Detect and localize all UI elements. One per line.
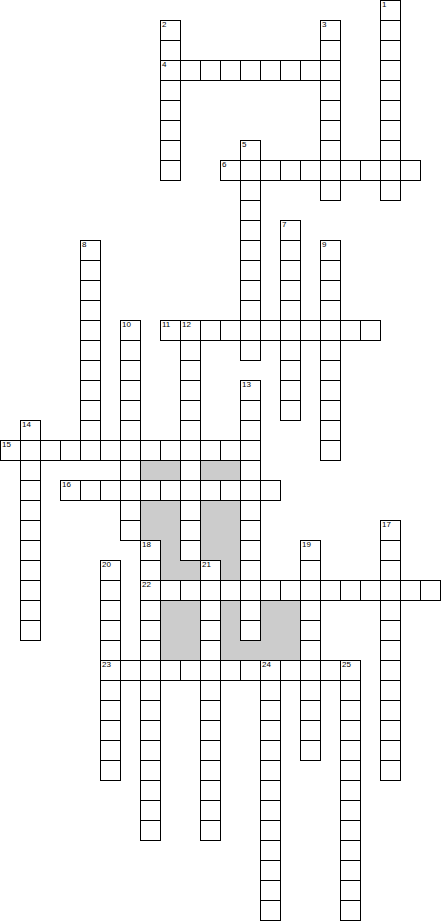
cell[interactable] [20, 620, 41, 641]
cell[interactable] [200, 700, 221, 721]
cell[interactable] [200, 480, 221, 501]
shaded-cell [200, 460, 221, 481]
clue-number: 16 [62, 481, 71, 489]
cell[interactable] [300, 320, 321, 341]
cell[interactable] [380, 720, 401, 741]
cell[interactable] [240, 400, 261, 421]
cell[interactable] [340, 840, 361, 861]
cell[interactable] [20, 480, 41, 501]
cell[interactable] [120, 480, 141, 501]
shaded-cell [220, 540, 241, 561]
shaded-cell [260, 620, 281, 641]
cell[interactable] [280, 660, 301, 681]
cell[interactable] [200, 600, 221, 621]
shaded-cell [220, 500, 241, 521]
shaded-cell [180, 640, 201, 661]
cell[interactable] [180, 660, 201, 681]
cell[interactable] [320, 100, 341, 121]
cell[interactable] [160, 40, 181, 61]
cell[interactable] [240, 180, 261, 201]
cell[interactable]: 19 [300, 540, 321, 561]
cell[interactable] [100, 580, 121, 601]
cell[interactable]: 13 [240, 380, 261, 401]
cell[interactable] [240, 460, 261, 481]
cell[interactable] [280, 240, 301, 261]
cell[interactable] [180, 60, 201, 81]
cell[interactable] [280, 340, 301, 361]
cell[interactable] [240, 500, 261, 521]
cell[interactable] [340, 820, 361, 841]
cell[interactable] [140, 820, 161, 841]
cell[interactable] [300, 620, 321, 641]
cell[interactable] [180, 340, 201, 361]
cell[interactable] [240, 240, 261, 261]
cell[interactable] [80, 300, 101, 321]
cell[interactable] [260, 160, 281, 181]
cell[interactable] [240, 260, 261, 281]
cell[interactable] [180, 500, 201, 521]
cell[interactable] [80, 440, 101, 461]
cell[interactable]: 22 [140, 580, 161, 601]
cell[interactable] [60, 440, 81, 461]
cell[interactable] [260, 800, 281, 821]
cell[interactable] [120, 520, 141, 541]
cell[interactable] [140, 740, 161, 761]
cell[interactable] [260, 680, 281, 701]
shaded-cell [260, 600, 281, 621]
cell[interactable] [120, 420, 141, 441]
cell[interactable] [300, 600, 321, 621]
cell[interactable] [200, 620, 221, 641]
cell[interactable] [340, 320, 361, 341]
cell[interactable] [260, 880, 281, 901]
cell[interactable] [20, 560, 41, 581]
cell[interactable] [200, 580, 221, 601]
cell[interactable] [260, 740, 281, 761]
cell[interactable]: 16 [60, 480, 81, 501]
cell[interactable] [100, 620, 121, 641]
cell[interactable] [260, 760, 281, 781]
cell[interactable] [340, 740, 361, 761]
cell[interactable] [240, 440, 261, 461]
cell[interactable] [220, 440, 241, 461]
cell[interactable] [80, 340, 101, 361]
cell[interactable] [140, 560, 161, 581]
cell[interactable] [80, 320, 101, 341]
cell[interactable] [180, 400, 201, 421]
shaded-cell [160, 460, 181, 481]
cell[interactable] [300, 660, 321, 681]
cell[interactable] [240, 420, 261, 441]
cell[interactable] [300, 700, 321, 721]
cell[interactable] [80, 280, 101, 301]
cell[interactable] [80, 420, 101, 441]
cell[interactable] [320, 380, 341, 401]
cell[interactable] [320, 320, 341, 341]
cell[interactable]: 9 [320, 240, 341, 261]
cell[interactable] [320, 280, 341, 301]
cell[interactable] [340, 700, 361, 721]
shaded-cell [180, 560, 201, 581]
shaded-cell [260, 640, 281, 661]
cell[interactable] [300, 560, 321, 581]
cell[interactable] [100, 600, 121, 621]
cell[interactable]: 25 [340, 660, 361, 681]
cell[interactable] [240, 280, 261, 301]
cell[interactable] [120, 460, 141, 481]
shaded-cell [180, 620, 201, 641]
cell[interactable] [380, 700, 401, 721]
cell[interactable] [320, 120, 341, 141]
cell[interactable] [240, 300, 261, 321]
cell[interactable] [160, 160, 181, 181]
shaded-cell [160, 500, 181, 521]
cell[interactable] [180, 380, 201, 401]
cell[interactable] [260, 480, 281, 501]
cell[interactable]: 15 [0, 440, 21, 461]
clue-number: 18 [142, 541, 151, 549]
cell[interactable] [200, 820, 221, 841]
cell[interactable] [240, 600, 261, 621]
cell[interactable]: 12 [180, 320, 201, 341]
cell[interactable] [40, 440, 61, 461]
cell[interactable] [300, 160, 321, 181]
cell[interactable]: 18 [140, 540, 161, 561]
shaded-cell [160, 600, 181, 621]
cell[interactable] [380, 600, 401, 621]
cell[interactable] [360, 160, 381, 181]
cell[interactable] [140, 620, 161, 641]
cell[interactable] [100, 640, 121, 661]
cell[interactable] [200, 660, 221, 681]
cell[interactable] [120, 660, 141, 681]
clue-number: 9 [322, 241, 326, 249]
cell[interactable] [280, 160, 301, 181]
cell[interactable] [160, 140, 181, 161]
clue-number: 11 [162, 321, 170, 329]
cell[interactable] [380, 680, 401, 701]
cell[interactable] [120, 440, 141, 461]
cell[interactable] [380, 540, 401, 561]
cell[interactable] [240, 660, 261, 681]
cell[interactable] [180, 460, 201, 481]
cell[interactable] [380, 560, 401, 581]
cell[interactable] [220, 320, 241, 341]
clue-number: 22 [142, 581, 151, 589]
cell[interactable] [20, 500, 41, 521]
cell[interactable] [320, 300, 341, 321]
cell[interactable] [80, 400, 101, 421]
cell[interactable] [320, 40, 341, 61]
shaded-cell [160, 640, 181, 661]
cell[interactable] [260, 60, 281, 81]
cell[interactable] [280, 400, 301, 421]
cell[interactable] [360, 580, 381, 601]
cell[interactable] [240, 160, 261, 181]
cell[interactable] [240, 320, 261, 341]
cell[interactable] [160, 440, 181, 461]
cell[interactable] [180, 360, 201, 381]
cell[interactable] [140, 780, 161, 801]
cell[interactable] [340, 880, 361, 901]
cell[interactable] [100, 700, 121, 721]
cell[interactable] [140, 480, 161, 501]
cell[interactable] [120, 400, 141, 421]
cell[interactable]: 4 [160, 60, 181, 81]
cell[interactable] [320, 660, 341, 681]
cell[interactable] [200, 680, 221, 701]
cell[interactable] [420, 580, 441, 601]
shaded-cell [280, 640, 301, 661]
shaded-cell [200, 540, 221, 561]
cell[interactable] [80, 380, 101, 401]
cell[interactable] [140, 600, 161, 621]
cell[interactable] [320, 60, 341, 81]
cell[interactable] [380, 40, 401, 61]
cell[interactable] [380, 580, 401, 601]
cell[interactable] [20, 580, 41, 601]
cell[interactable] [320, 580, 341, 601]
cell[interactable] [160, 100, 181, 121]
cell[interactable] [20, 540, 41, 561]
cell[interactable] [320, 140, 341, 161]
cell[interactable] [80, 360, 101, 381]
cell[interactable]: 3 [320, 20, 341, 41]
cell[interactable] [100, 680, 121, 701]
clue-number: 25 [342, 661, 351, 669]
shaded-cell [280, 620, 301, 641]
cell[interactable] [340, 800, 361, 821]
cell[interactable] [200, 740, 221, 761]
cell[interactable] [220, 480, 241, 501]
cell[interactable] [280, 380, 301, 401]
cell[interactable] [280, 580, 301, 601]
cell[interactable] [300, 720, 321, 741]
clue-number: 21 [202, 561, 211, 569]
cell[interactable] [80, 480, 101, 501]
cell[interactable] [200, 780, 221, 801]
cell[interactable] [380, 140, 401, 161]
cell[interactable] [200, 800, 221, 821]
cell[interactable] [180, 540, 201, 561]
cell[interactable] [380, 740, 401, 761]
cell[interactable]: 5 [240, 140, 261, 161]
cell[interactable] [380, 640, 401, 661]
cell[interactable] [320, 340, 341, 361]
cell[interactable] [200, 760, 221, 781]
cell[interactable] [180, 480, 201, 501]
cell[interactable]: 14 [20, 420, 41, 441]
cell[interactable] [380, 760, 401, 781]
cell[interactable] [20, 440, 41, 461]
cell[interactable] [260, 320, 281, 341]
cell[interactable] [160, 80, 181, 101]
cell[interactable] [140, 800, 161, 821]
cell[interactable] [120, 500, 141, 521]
cell[interactable] [320, 360, 341, 381]
cell[interactable] [380, 660, 401, 681]
cell[interactable] [20, 600, 41, 621]
cell[interactable]: 24 [260, 660, 281, 681]
cell[interactable] [240, 620, 261, 641]
cell[interactable] [180, 520, 201, 541]
cell[interactable] [100, 720, 121, 741]
cell[interactable] [140, 680, 161, 701]
shaded-cell [160, 560, 181, 581]
cell[interactable] [320, 400, 341, 421]
cell[interactable] [240, 540, 261, 561]
cell[interactable]: 23 [100, 660, 121, 681]
cell[interactable] [260, 580, 281, 601]
cell[interactable] [140, 640, 161, 661]
cell[interactable] [120, 360, 141, 381]
cell[interactable] [140, 440, 161, 461]
cell[interactable] [260, 900, 281, 921]
cell[interactable] [240, 520, 261, 541]
cell[interactable] [240, 580, 261, 601]
shaded-cell [280, 600, 301, 621]
cell[interactable] [380, 20, 401, 41]
cell[interactable]: 7 [280, 220, 301, 241]
cell[interactable] [240, 560, 261, 581]
cell[interactable] [320, 80, 341, 101]
cell[interactable] [380, 180, 401, 201]
cell[interactable] [260, 820, 281, 841]
cell[interactable] [180, 420, 201, 441]
cell[interactable] [340, 760, 361, 781]
cell[interactable] [20, 520, 41, 541]
shaded-cell [160, 520, 181, 541]
clue-number: 4 [162, 61, 166, 69]
cell[interactable]: 10 [120, 320, 141, 341]
cell[interactable] [200, 720, 221, 741]
cell[interactable] [280, 360, 301, 381]
cell[interactable] [220, 60, 241, 81]
cell[interactable] [360, 320, 381, 341]
cell[interactable] [200, 440, 221, 461]
clue-number: 19 [302, 541, 311, 549]
cell[interactable] [180, 440, 201, 461]
cell[interactable] [260, 720, 281, 741]
cell[interactable] [140, 760, 161, 781]
cell[interactable]: 2 [160, 20, 181, 41]
cell[interactable] [340, 860, 361, 881]
cell[interactable] [300, 580, 321, 601]
cell[interactable] [260, 780, 281, 801]
cell[interactable]: 11 [160, 320, 181, 341]
cell[interactable] [100, 760, 121, 781]
cell[interactable] [400, 580, 421, 601]
shaded-cell [200, 520, 221, 541]
cell[interactable]: 6 [220, 160, 241, 181]
cell[interactable] [260, 700, 281, 721]
shaded-cell [220, 560, 241, 581]
cell[interactable]: 21 [200, 560, 221, 581]
cell[interactable]: 1 [380, 0, 401, 21]
shaded-cell [180, 600, 201, 621]
cell[interactable] [200, 60, 221, 81]
cell[interactable] [160, 580, 181, 601]
cell[interactable] [100, 440, 121, 461]
cell[interactable] [340, 720, 361, 741]
shaded-cell [160, 540, 181, 561]
cell[interactable] [380, 120, 401, 141]
cell[interactable] [380, 80, 401, 101]
cell[interactable] [300, 740, 321, 761]
cell[interactable] [260, 860, 281, 881]
cell[interactable] [380, 60, 401, 81]
cell[interactable] [260, 840, 281, 861]
cell[interactable] [200, 640, 221, 661]
cell[interactable] [140, 700, 161, 721]
cell[interactable] [100, 740, 121, 761]
cell[interactable] [240, 340, 261, 361]
clue-number: 3 [322, 21, 326, 29]
cell[interactable] [340, 900, 361, 921]
shaded-cell [140, 460, 161, 481]
shaded-cell [140, 520, 161, 541]
cell[interactable] [240, 480, 261, 501]
cell[interactable] [340, 160, 361, 181]
cell[interactable] [240, 200, 261, 221]
cell[interactable] [300, 680, 321, 701]
cell[interactable] [280, 260, 301, 281]
cell[interactable]: 20 [100, 560, 121, 581]
clue-number: 24 [262, 661, 271, 669]
cell[interactable] [160, 120, 181, 141]
clue-number: 15 [2, 441, 11, 449]
cell[interactable]: 8 [80, 240, 101, 261]
cell[interactable] [320, 420, 341, 441]
cell[interactable] [100, 480, 121, 501]
cell[interactable] [380, 620, 401, 641]
cell[interactable] [280, 320, 301, 341]
cell[interactable] [340, 680, 361, 701]
cell[interactable] [280, 60, 301, 81]
cell[interactable] [300, 60, 321, 81]
cell[interactable] [340, 580, 361, 601]
cell[interactable] [220, 580, 241, 601]
cell[interactable] [20, 460, 41, 481]
cell[interactable] [160, 660, 181, 681]
cell[interactable] [280, 300, 301, 321]
cell[interactable] [140, 720, 161, 741]
cell[interactable] [380, 160, 401, 181]
cell[interactable]: 17 [380, 520, 401, 541]
cell[interactable] [220, 660, 241, 681]
cell[interactable] [120, 340, 141, 361]
clue-number: 23 [102, 661, 111, 669]
cell[interactable] [240, 60, 261, 81]
cell[interactable] [160, 480, 181, 501]
cell[interactable] [120, 380, 141, 401]
cell[interactable] [320, 180, 341, 201]
cell[interactable] [340, 780, 361, 801]
cell[interactable] [400, 160, 421, 181]
cell[interactable] [240, 220, 261, 241]
clue-number: 10 [122, 321, 131, 329]
cell[interactable] [300, 640, 321, 661]
cell[interactable] [280, 280, 301, 301]
cell[interactable] [320, 260, 341, 281]
cell[interactable] [320, 440, 341, 461]
cell[interactable] [140, 660, 161, 681]
cell[interactable] [80, 260, 101, 281]
cell[interactable] [180, 580, 201, 601]
cell[interactable] [320, 160, 341, 181]
cell[interactable] [200, 320, 221, 341]
cell[interactable] [380, 100, 401, 121]
